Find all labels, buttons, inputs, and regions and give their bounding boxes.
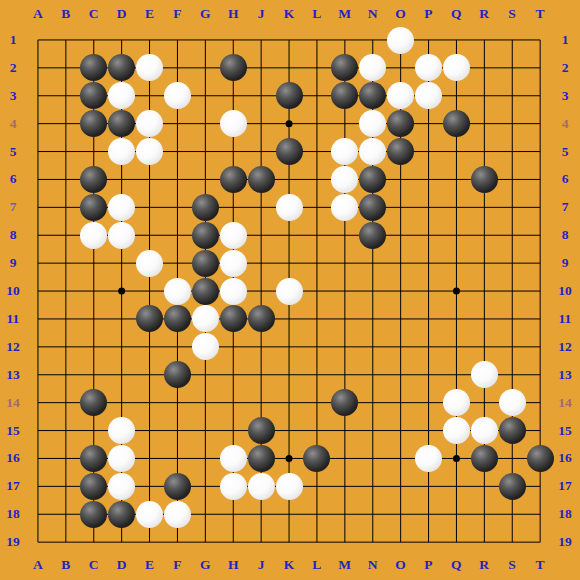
point-B10[interactable] [52,277,80,305]
point-R18[interactable] [470,500,498,528]
point-R3[interactable] [470,82,498,110]
point-D10[interactable] [108,277,136,305]
point-A12[interactable] [24,333,52,361]
point-H6[interactable] [219,166,247,194]
point-Q17[interactable] [442,472,470,500]
point-R19[interactable] [470,528,498,556]
point-N16[interactable] [359,444,387,472]
point-Q11[interactable] [442,305,470,333]
point-G16[interactable] [191,444,219,472]
point-E13[interactable] [136,361,164,389]
point-D9[interactable] [108,249,136,277]
point-C4[interactable] [80,110,108,138]
point-E14[interactable] [136,389,164,417]
point-P5[interactable] [415,138,443,166]
point-N6[interactable] [359,166,387,194]
point-P1[interactable] [415,26,443,54]
point-K7[interactable] [275,193,303,221]
point-R7[interactable] [470,193,498,221]
point-L17[interactable] [303,472,331,500]
point-G6[interactable] [191,166,219,194]
point-J19[interactable] [247,528,275,556]
point-B6[interactable] [52,166,80,194]
point-K14[interactable] [275,389,303,417]
point-T16[interactable] [526,444,554,472]
point-S12[interactable] [498,333,526,361]
point-D13[interactable] [108,361,136,389]
point-M1[interactable] [331,26,359,54]
point-R8[interactable] [470,221,498,249]
point-F8[interactable] [164,221,192,249]
point-Q10[interactable] [442,277,470,305]
point-E4[interactable] [136,110,164,138]
point-S9[interactable] [498,249,526,277]
point-K17[interactable] [275,472,303,500]
point-S13[interactable] [498,361,526,389]
point-B11[interactable] [52,305,80,333]
point-E2[interactable] [136,54,164,82]
point-P16[interactable] [415,444,443,472]
point-O6[interactable] [387,166,415,194]
point-E12[interactable] [136,333,164,361]
point-Q5[interactable] [442,138,470,166]
point-H18[interactable] [219,500,247,528]
point-C9[interactable] [80,249,108,277]
point-S4[interactable] [498,110,526,138]
point-C16[interactable] [80,444,108,472]
point-E16[interactable] [136,444,164,472]
point-H4[interactable] [219,110,247,138]
point-N18[interactable] [359,500,387,528]
point-B15[interactable] [52,417,80,445]
point-G19[interactable] [191,528,219,556]
point-P15[interactable] [415,417,443,445]
point-F12[interactable] [164,333,192,361]
point-G15[interactable] [191,417,219,445]
point-B14[interactable] [52,389,80,417]
point-Q15[interactable] [442,417,470,445]
point-T5[interactable] [526,138,554,166]
point-H15[interactable] [219,417,247,445]
point-P18[interactable] [415,500,443,528]
point-G13[interactable] [191,361,219,389]
point-E19[interactable] [136,528,164,556]
point-O1[interactable] [387,26,415,54]
point-L5[interactable] [303,138,331,166]
point-S1[interactable] [498,26,526,54]
point-J1[interactable] [247,26,275,54]
point-R2[interactable] [470,54,498,82]
point-S7[interactable] [498,193,526,221]
point-B2[interactable] [52,54,80,82]
point-G2[interactable] [191,54,219,82]
point-J12[interactable] [247,333,275,361]
point-R1[interactable] [470,26,498,54]
point-O4[interactable] [387,110,415,138]
point-A11[interactable] [24,305,52,333]
point-P12[interactable] [415,333,443,361]
point-R17[interactable] [470,472,498,500]
point-O12[interactable] [387,333,415,361]
point-J2[interactable] [247,54,275,82]
point-G10[interactable] [191,277,219,305]
point-T13[interactable] [526,361,554,389]
point-N2[interactable] [359,54,387,82]
point-P2[interactable] [415,54,443,82]
point-M17[interactable] [331,472,359,500]
point-D7[interactable] [108,193,136,221]
point-A6[interactable] [24,166,52,194]
point-J5[interactable] [247,138,275,166]
point-G14[interactable] [191,389,219,417]
point-F5[interactable] [164,138,192,166]
point-Q4[interactable] [442,110,470,138]
point-G18[interactable] [191,500,219,528]
point-A10[interactable] [24,277,52,305]
point-H19[interactable] [219,528,247,556]
point-C15[interactable] [80,417,108,445]
point-K5[interactable] [275,138,303,166]
point-R15[interactable] [470,417,498,445]
point-C11[interactable] [80,305,108,333]
point-C17[interactable] [80,472,108,500]
point-O17[interactable] [387,472,415,500]
point-L1[interactable] [303,26,331,54]
point-N4[interactable] [359,110,387,138]
point-H8[interactable] [219,221,247,249]
point-G9[interactable] [191,249,219,277]
point-D5[interactable] [108,138,136,166]
point-B18[interactable] [52,500,80,528]
point-K4[interactable] [275,110,303,138]
point-D2[interactable] [108,54,136,82]
point-D19[interactable] [108,528,136,556]
point-J16[interactable] [247,444,275,472]
point-K10[interactable] [275,277,303,305]
point-C3[interactable] [80,82,108,110]
point-J11[interactable] [247,305,275,333]
point-R6[interactable] [470,166,498,194]
point-H2[interactable] [219,54,247,82]
point-H10[interactable] [219,277,247,305]
point-J18[interactable] [247,500,275,528]
point-H11[interactable] [219,305,247,333]
point-E8[interactable] [136,221,164,249]
point-S8[interactable] [498,221,526,249]
point-H3[interactable] [219,82,247,110]
point-B13[interactable] [52,361,80,389]
point-B7[interactable] [52,193,80,221]
point-M7[interactable] [331,193,359,221]
point-E7[interactable] [136,193,164,221]
point-G8[interactable] [191,221,219,249]
point-J6[interactable] [247,166,275,194]
point-P11[interactable] [415,305,443,333]
point-A18[interactable] [24,500,52,528]
point-H14[interactable] [219,389,247,417]
point-M10[interactable] [331,277,359,305]
point-J13[interactable] [247,361,275,389]
point-O3[interactable] [387,82,415,110]
point-J10[interactable] [247,277,275,305]
point-F18[interactable] [164,500,192,528]
point-E5[interactable] [136,138,164,166]
point-G3[interactable] [191,82,219,110]
point-N11[interactable] [359,305,387,333]
point-O18[interactable] [387,500,415,528]
point-O10[interactable] [387,277,415,305]
point-T8[interactable] [526,221,554,249]
point-C7[interactable] [80,193,108,221]
point-F10[interactable] [164,277,192,305]
point-H5[interactable] [219,138,247,166]
point-B5[interactable] [52,138,80,166]
point-R12[interactable] [470,333,498,361]
point-C2[interactable] [80,54,108,82]
point-K12[interactable] [275,333,303,361]
point-E10[interactable] [136,277,164,305]
point-L2[interactable] [303,54,331,82]
point-S15[interactable] [498,417,526,445]
point-F13[interactable] [164,361,192,389]
point-N7[interactable] [359,193,387,221]
point-A2[interactable] [24,54,52,82]
point-F6[interactable] [164,166,192,194]
point-Q2[interactable] [442,54,470,82]
point-A3[interactable] [24,82,52,110]
point-J3[interactable] [247,82,275,110]
point-P3[interactable] [415,82,443,110]
point-F9[interactable] [164,249,192,277]
point-K8[interactable] [275,221,303,249]
point-M4[interactable] [331,110,359,138]
point-G12[interactable] [191,333,219,361]
point-J8[interactable] [247,221,275,249]
point-Q3[interactable] [442,82,470,110]
point-F7[interactable] [164,193,192,221]
point-M18[interactable] [331,500,359,528]
point-M15[interactable] [331,417,359,445]
point-S5[interactable] [498,138,526,166]
point-L4[interactable] [303,110,331,138]
point-A17[interactable] [24,472,52,500]
point-L7[interactable] [303,193,331,221]
point-H9[interactable] [219,249,247,277]
point-A9[interactable] [24,249,52,277]
point-D15[interactable] [108,417,136,445]
point-F3[interactable] [164,82,192,110]
point-M12[interactable] [331,333,359,361]
point-P17[interactable] [415,472,443,500]
point-A1[interactable] [24,26,52,54]
point-L13[interactable] [303,361,331,389]
point-M8[interactable] [331,221,359,249]
point-R13[interactable] [470,361,498,389]
point-S3[interactable] [498,82,526,110]
point-H16[interactable] [219,444,247,472]
point-H1[interactable] [219,26,247,54]
point-F16[interactable] [164,444,192,472]
point-K3[interactable] [275,82,303,110]
point-O19[interactable] [387,528,415,556]
point-C13[interactable] [80,361,108,389]
point-A8[interactable] [24,221,52,249]
point-L19[interactable] [303,528,331,556]
point-D4[interactable] [108,110,136,138]
point-G4[interactable] [191,110,219,138]
point-T18[interactable] [526,500,554,528]
point-P14[interactable] [415,389,443,417]
point-A15[interactable] [24,417,52,445]
point-D6[interactable] [108,166,136,194]
point-T17[interactable] [526,472,554,500]
point-O13[interactable] [387,361,415,389]
point-G17[interactable] [191,472,219,500]
point-F4[interactable] [164,110,192,138]
point-B17[interactable] [52,472,80,500]
point-J4[interactable] [247,110,275,138]
point-B19[interactable] [52,528,80,556]
point-A16[interactable] [24,444,52,472]
point-Q7[interactable] [442,193,470,221]
point-Q12[interactable] [442,333,470,361]
point-R11[interactable] [470,305,498,333]
point-E1[interactable] [136,26,164,54]
point-K18[interactable] [275,500,303,528]
point-D16[interactable] [108,444,136,472]
point-E6[interactable] [136,166,164,194]
point-H12[interactable] [219,333,247,361]
point-O9[interactable] [387,249,415,277]
point-C5[interactable] [80,138,108,166]
point-N8[interactable] [359,221,387,249]
point-K13[interactable] [275,361,303,389]
point-T2[interactable] [526,54,554,82]
point-T14[interactable] [526,389,554,417]
point-O8[interactable] [387,221,415,249]
point-B16[interactable] [52,444,80,472]
point-R16[interactable] [470,444,498,472]
point-M3[interactable] [331,82,359,110]
point-A19[interactable] [24,528,52,556]
point-D18[interactable] [108,500,136,528]
point-B3[interactable] [52,82,80,110]
point-P10[interactable] [415,277,443,305]
point-F17[interactable] [164,472,192,500]
point-D3[interactable] [108,82,136,110]
point-A14[interactable] [24,389,52,417]
point-R5[interactable] [470,138,498,166]
point-T9[interactable] [526,249,554,277]
point-J17[interactable] [247,472,275,500]
point-L8[interactable] [303,221,331,249]
point-J7[interactable] [247,193,275,221]
point-B12[interactable] [52,333,80,361]
point-C8[interactable] [80,221,108,249]
point-L16[interactable] [303,444,331,472]
point-J14[interactable] [247,389,275,417]
point-R9[interactable] [470,249,498,277]
point-P6[interactable] [415,166,443,194]
point-L9[interactable] [303,249,331,277]
point-O11[interactable] [387,305,415,333]
point-B1[interactable] [52,26,80,54]
point-G1[interactable] [191,26,219,54]
point-N10[interactable] [359,277,387,305]
point-A4[interactable] [24,110,52,138]
point-E9[interactable] [136,249,164,277]
point-F11[interactable] [164,305,192,333]
point-P8[interactable] [415,221,443,249]
point-T11[interactable] [526,305,554,333]
point-N12[interactable] [359,333,387,361]
point-K15[interactable] [275,417,303,445]
point-C10[interactable] [80,277,108,305]
point-E18[interactable] [136,500,164,528]
point-R14[interactable] [470,389,498,417]
point-N9[interactable] [359,249,387,277]
point-M16[interactable] [331,444,359,472]
point-Q13[interactable] [442,361,470,389]
point-J15[interactable] [247,417,275,445]
point-L11[interactable] [303,305,331,333]
point-D12[interactable] [108,333,136,361]
point-Q6[interactable] [442,166,470,194]
point-N14[interactable] [359,389,387,417]
point-N15[interactable] [359,417,387,445]
point-R10[interactable] [470,277,498,305]
point-M19[interactable] [331,528,359,556]
point-B4[interactable] [52,110,80,138]
point-S11[interactable] [498,305,526,333]
point-S19[interactable] [498,528,526,556]
point-Q18[interactable] [442,500,470,528]
point-C6[interactable] [80,166,108,194]
point-T10[interactable] [526,277,554,305]
point-P7[interactable] [415,193,443,221]
point-S14[interactable] [498,389,526,417]
point-G5[interactable] [191,138,219,166]
point-N13[interactable] [359,361,387,389]
point-T15[interactable] [526,417,554,445]
point-D1[interactable] [108,26,136,54]
point-F15[interactable] [164,417,192,445]
point-G7[interactable] [191,193,219,221]
point-O16[interactable] [387,444,415,472]
point-H7[interactable] [219,193,247,221]
point-S10[interactable] [498,277,526,305]
point-T3[interactable] [526,82,554,110]
point-N17[interactable] [359,472,387,500]
point-K11[interactable] [275,305,303,333]
point-Q19[interactable] [442,528,470,556]
point-N5[interactable] [359,138,387,166]
point-L3[interactable] [303,82,331,110]
point-C12[interactable] [80,333,108,361]
point-C18[interactable] [80,500,108,528]
point-E15[interactable] [136,417,164,445]
point-M2[interactable] [331,54,359,82]
point-L12[interactable] [303,333,331,361]
point-D14[interactable] [108,389,136,417]
point-P19[interactable] [415,528,443,556]
point-Q14[interactable] [442,389,470,417]
point-O5[interactable] [387,138,415,166]
point-P13[interactable] [415,361,443,389]
point-L6[interactable] [303,166,331,194]
point-C14[interactable] [80,389,108,417]
point-H13[interactable] [219,361,247,389]
